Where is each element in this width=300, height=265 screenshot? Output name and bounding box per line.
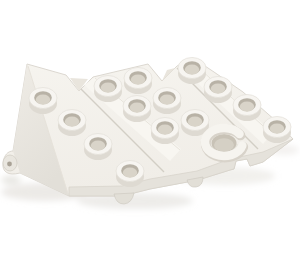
stud [94,76,122,103]
stud [263,117,291,144]
stud [204,77,232,104]
stud [84,134,112,161]
stud [124,68,152,95]
stud [29,88,57,115]
stud [153,88,181,115]
stud [58,110,86,137]
stud [178,58,206,85]
stud [233,95,261,122]
brick-illustration [0,0,300,265]
stud [123,96,151,123]
side-pin [3,155,17,171]
stud [116,161,144,188]
pin-layer [3,155,17,171]
stud [151,118,179,145]
product-photo [0,0,300,265]
